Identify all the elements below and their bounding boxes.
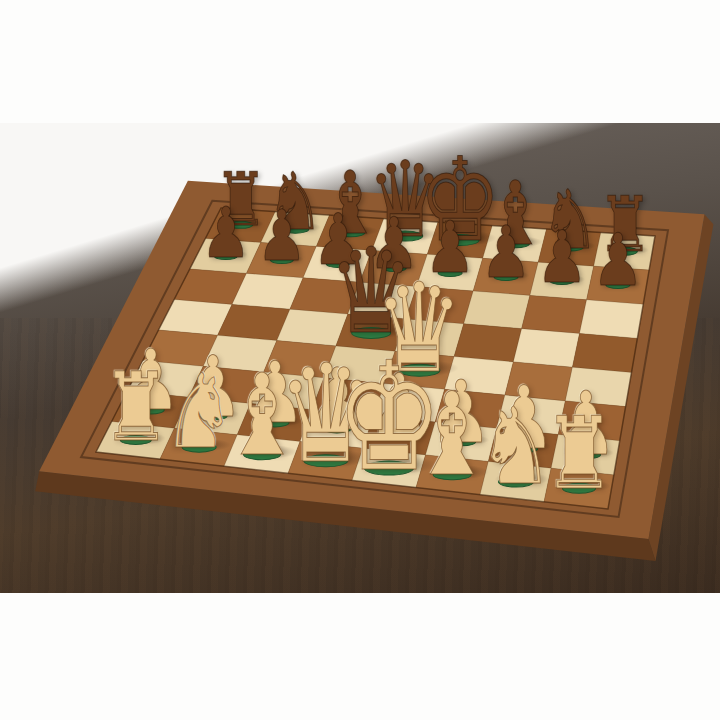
square-f3[interactable] — [435, 389, 505, 428]
chess-set-product-photo: ♜♞♝♛♚♝♞♜♟♟♟♟♟♟♟♟♛♛♟♟♟♟♟♟♟♟♜♞♝♛♚♝♞♜ — [0, 0, 720, 720]
square-h4[interactable] — [565, 367, 631, 406]
square-e8[interactable] — [427, 222, 492, 258]
square-h2[interactable] — [551, 435, 620, 475]
square-g2[interactable] — [488, 428, 558, 468]
square-e5[interactable] — [395, 319, 464, 357]
chess-board — [0, 0, 720, 720]
square-h6[interactable] — [580, 300, 644, 339]
square-c4[interactable] — [264, 341, 336, 378]
square-d3[interactable] — [312, 378, 384, 416]
square-e3[interactable] — [374, 384, 445, 423]
square-g3[interactable] — [497, 395, 566, 434]
square-c5[interactable] — [277, 309, 348, 346]
square-h3[interactable] — [558, 401, 625, 441]
square-h7[interactable] — [587, 266, 650, 304]
square-f7[interactable] — [473, 258, 538, 295]
square-d5[interactable] — [336, 314, 406, 351]
square-f4[interactable] — [445, 357, 514, 396]
square-h5[interactable] — [572, 334, 637, 373]
square-d6[interactable] — [348, 282, 417, 319]
square-c3[interactable] — [250, 372, 324, 410]
square-d4[interactable] — [324, 346, 395, 384]
square-g5[interactable] — [513, 329, 579, 368]
square-e6[interactable] — [406, 287, 473, 324]
square-g4[interactable] — [505, 362, 573, 401]
square-g6[interactable] — [522, 295, 587, 333]
square-e4[interactable] — [384, 351, 454, 389]
square-e2[interactable] — [363, 416, 435, 455]
square-g7[interactable] — [530, 262, 594, 300]
square-f5[interactable] — [454, 324, 521, 362]
square-h8[interactable] — [594, 233, 655, 271]
square-g8[interactable] — [538, 229, 601, 266]
square-d7[interactable] — [360, 250, 428, 286]
square-e7[interactable] — [417, 254, 483, 291]
square-f2[interactable] — [426, 422, 497, 461]
square-f8[interactable] — [483, 226, 547, 263]
square-f6[interactable] — [464, 291, 530, 329]
square-d8[interactable] — [372, 219, 438, 255]
